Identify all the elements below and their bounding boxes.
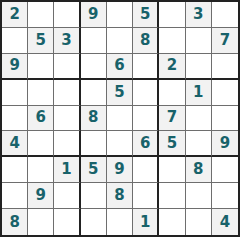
cell-r7c3-given[interactable]: 1: [54, 157, 80, 183]
cell-r9c9-given[interactable]: 4: [212, 209, 238, 235]
cell-r9c1-given[interactable]: 8: [2, 209, 28, 235]
cell-r1c8-given[interactable]: 3: [186, 2, 212, 28]
cell-r2c2-given[interactable]: 5: [28, 28, 54, 54]
cell-r4c2-empty[interactable]: [28, 80, 54, 106]
cell-r7c8-given[interactable]: 8: [186, 157, 212, 183]
cell-r7c1-empty[interactable]: [2, 157, 28, 183]
cell-r3c8-empty[interactable]: [186, 54, 212, 80]
cell-r3c1-given[interactable]: 9: [2, 54, 28, 80]
cell-r8c7-empty[interactable]: [159, 183, 185, 209]
cell-r6c4-empty[interactable]: [81, 131, 107, 157]
cell-r5c6-empty[interactable]: [133, 106, 159, 132]
cell-r6c3-empty[interactable]: [54, 131, 80, 157]
sudoku-page: 29535387962516874659159898814: [0, 0, 240, 240]
cell-r4c1-empty[interactable]: [2, 80, 28, 106]
cell-r2c3-given[interactable]: 3: [54, 28, 80, 54]
cell-r5c1-empty[interactable]: [2, 106, 28, 132]
cell-r2c6-given[interactable]: 8: [133, 28, 159, 54]
cell-r7c4-given[interactable]: 5: [81, 157, 107, 183]
cell-r1c7-empty[interactable]: [159, 2, 185, 28]
cell-r5c5-empty[interactable]: [107, 106, 133, 132]
cell-r9c8-empty[interactable]: [186, 209, 212, 235]
cell-r8c5-given[interactable]: 8: [107, 183, 133, 209]
cell-r9c3-empty[interactable]: [54, 209, 80, 235]
cell-r3c5-given[interactable]: 6: [107, 54, 133, 80]
cell-r7c2-empty[interactable]: [28, 157, 54, 183]
cell-r3c7-given[interactable]: 2: [159, 54, 185, 80]
cell-r8c4-empty[interactable]: [81, 183, 107, 209]
cell-r5c2-given[interactable]: 6: [28, 106, 54, 132]
cell-r7c9-empty[interactable]: [212, 157, 238, 183]
cell-r4c8-given[interactable]: 1: [186, 80, 212, 106]
cell-r9c7-empty[interactable]: [159, 209, 185, 235]
cell-r9c5-empty[interactable]: [107, 209, 133, 235]
cell-r6c5-empty[interactable]: [107, 131, 133, 157]
cell-r8c2-given[interactable]: 9: [28, 183, 54, 209]
cell-r8c1-empty[interactable]: [2, 183, 28, 209]
cell-r7c7-empty[interactable]: [159, 157, 185, 183]
cell-r8c8-empty[interactable]: [186, 183, 212, 209]
cell-r4c4-empty[interactable]: [81, 80, 107, 106]
sudoku-board: 29535387962516874659159898814: [0, 0, 240, 237]
cell-r6c7-given[interactable]: 5: [159, 131, 185, 157]
cell-r6c9-given[interactable]: 9: [212, 131, 238, 157]
cell-r4c9-empty[interactable]: [212, 80, 238, 106]
cell-r3c4-empty[interactable]: [81, 54, 107, 80]
cell-r2c5-empty[interactable]: [107, 28, 133, 54]
cell-r9c6-given[interactable]: 1: [133, 209, 159, 235]
cell-r6c2-empty[interactable]: [28, 131, 54, 157]
cell-r1c3-empty[interactable]: [54, 2, 80, 28]
cell-r3c2-empty[interactable]: [28, 54, 54, 80]
cell-r1c1-given[interactable]: 2: [2, 2, 28, 28]
cell-r4c3-empty[interactable]: [54, 80, 80, 106]
cell-r5c4-given[interactable]: 8: [81, 106, 107, 132]
cell-r3c6-empty[interactable]: [133, 54, 159, 80]
cell-r5c9-empty[interactable]: [212, 106, 238, 132]
cell-r1c6-given[interactable]: 5: [133, 2, 159, 28]
cell-r2c7-empty[interactable]: [159, 28, 185, 54]
cell-r5c8-empty[interactable]: [186, 106, 212, 132]
cell-r6c6-given[interactable]: 6: [133, 131, 159, 157]
cell-r1c4-given[interactable]: 9: [81, 2, 107, 28]
cell-r6c1-given[interactable]: 4: [2, 131, 28, 157]
cell-r5c3-empty[interactable]: [54, 106, 80, 132]
cell-r8c6-empty[interactable]: [133, 183, 159, 209]
cell-r1c5-empty[interactable]: [107, 2, 133, 28]
cell-r4c5-given[interactable]: 5: [107, 80, 133, 106]
cell-r3c9-empty[interactable]: [212, 54, 238, 80]
cell-r5c7-given[interactable]: 7: [159, 106, 185, 132]
cell-r6c8-empty[interactable]: [186, 131, 212, 157]
cell-r3c3-empty[interactable]: [54, 54, 80, 80]
cell-r8c3-empty[interactable]: [54, 183, 80, 209]
cell-r4c7-empty[interactable]: [159, 80, 185, 106]
cell-r2c8-empty[interactable]: [186, 28, 212, 54]
cell-r4c6-empty[interactable]: [133, 80, 159, 106]
cell-r2c4-empty[interactable]: [81, 28, 107, 54]
cell-r7c5-given[interactable]: 9: [107, 157, 133, 183]
cell-r2c1-empty[interactable]: [2, 28, 28, 54]
cell-r8c9-empty[interactable]: [212, 183, 238, 209]
cell-r9c2-empty[interactable]: [28, 209, 54, 235]
cell-r1c2-empty[interactable]: [28, 2, 54, 28]
cell-r1c9-empty[interactable]: [212, 2, 238, 28]
cell-r9c4-empty[interactable]: [81, 209, 107, 235]
cell-r2c9-given[interactable]: 7: [212, 28, 238, 54]
cell-r7c6-empty[interactable]: [133, 157, 159, 183]
